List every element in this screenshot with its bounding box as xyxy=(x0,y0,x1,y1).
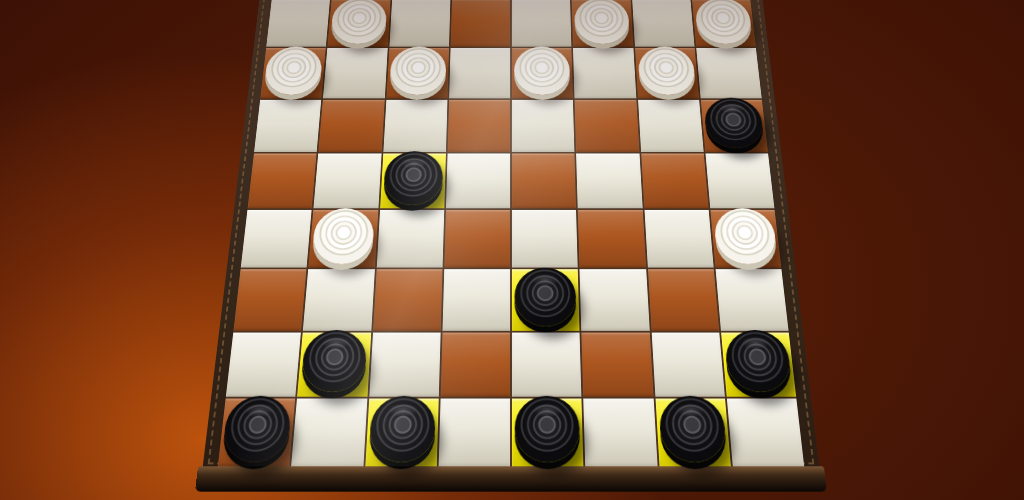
square-r2c8[interactable] xyxy=(696,48,762,98)
square-r7c8[interactable] xyxy=(721,332,796,396)
square-r1c4[interactable] xyxy=(450,0,510,47)
square-r4c8[interactable] xyxy=(705,153,774,208)
square-r1c8[interactable] xyxy=(692,0,756,47)
square-r5c8[interactable] xyxy=(710,210,781,268)
square-r1c5[interactable] xyxy=(512,0,572,47)
white-piece-r5c2[interactable] xyxy=(311,208,375,264)
square-r7c5[interactable] xyxy=(512,332,582,396)
square-r5c4[interactable] xyxy=(444,210,510,268)
square-r1c3[interactable] xyxy=(389,0,450,47)
board-front-edge xyxy=(195,466,827,491)
square-r5c7[interactable] xyxy=(644,210,713,268)
square-r7c7[interactable] xyxy=(651,332,724,396)
square-r7c1[interactable] xyxy=(226,332,301,396)
square-r7c2[interactable] xyxy=(297,332,370,396)
square-r6c6[interactable] xyxy=(580,269,650,330)
white-piece-r2c7[interactable] xyxy=(637,47,696,95)
square-r1c1[interactable] xyxy=(266,0,330,47)
square-r4c3[interactable] xyxy=(380,153,446,208)
white-piece-r1c6[interactable] xyxy=(574,0,630,44)
checkers-board xyxy=(200,0,823,492)
white-piece-r5c8[interactable] xyxy=(713,208,779,264)
square-r3c3[interactable] xyxy=(383,99,447,151)
white-piece-r2c3[interactable] xyxy=(389,47,447,95)
square-r2c7[interactable] xyxy=(635,48,699,98)
square-r2c5[interactable] xyxy=(512,48,573,98)
square-r5c3[interactable] xyxy=(376,210,444,268)
square-r8c2[interactable] xyxy=(291,398,367,466)
square-r3c4[interactable] xyxy=(447,99,510,151)
white-piece-r2c1[interactable] xyxy=(263,47,324,95)
square-r6c5[interactable] xyxy=(512,269,580,330)
white-piece-r1c2[interactable] xyxy=(330,0,388,44)
square-r5c1[interactable] xyxy=(241,210,312,268)
square-r1c2[interactable] xyxy=(328,0,391,47)
black-piece-r8c7[interactable] xyxy=(658,396,728,462)
square-r6c1[interactable] xyxy=(233,269,306,330)
square-r6c4[interactable] xyxy=(442,269,510,330)
square-r1c7[interactable] xyxy=(632,0,695,47)
square-r6c7[interactable] xyxy=(648,269,719,330)
square-r4c1[interactable] xyxy=(248,153,317,208)
square-r8c6[interactable] xyxy=(583,398,657,466)
black-piece-r6c5[interactable] xyxy=(515,267,577,326)
square-r3c8[interactable] xyxy=(701,99,768,151)
square-r8c1[interactable] xyxy=(218,398,296,466)
square-r3c2[interactable] xyxy=(319,99,385,151)
square-r2c1[interactable] xyxy=(260,48,326,98)
square-r5c6[interactable] xyxy=(578,210,646,268)
square-r4c2[interactable] xyxy=(314,153,382,208)
square-r2c4[interactable] xyxy=(449,48,510,98)
black-piece-r3c8[interactable] xyxy=(703,98,765,149)
square-r4c6[interactable] xyxy=(576,153,642,208)
square-r3c7[interactable] xyxy=(638,99,704,151)
square-r3c1[interactable] xyxy=(254,99,321,151)
board-grid xyxy=(218,0,804,466)
game-background xyxy=(0,0,1024,500)
black-piece-r8c5[interactable] xyxy=(515,396,581,462)
square-r8c8[interactable] xyxy=(727,398,805,466)
board-frame xyxy=(203,0,819,466)
square-r4c5[interactable] xyxy=(512,153,576,208)
black-piece-r8c1[interactable] xyxy=(221,396,293,462)
square-r7c4[interactable] xyxy=(440,332,510,396)
square-r5c5[interactable] xyxy=(512,210,578,268)
square-r2c2[interactable] xyxy=(323,48,387,98)
square-r6c3[interactable] xyxy=(373,269,443,330)
square-r7c3[interactable] xyxy=(369,332,441,396)
square-r8c5[interactable] xyxy=(512,398,584,466)
square-r6c8[interactable] xyxy=(715,269,788,330)
square-r2c6[interactable] xyxy=(573,48,636,98)
square-r8c4[interactable] xyxy=(438,398,510,466)
white-piece-r2c5[interactable] xyxy=(514,47,570,95)
black-piece-r4c3[interactable] xyxy=(382,152,443,205)
square-r5c2[interactable] xyxy=(309,210,378,268)
square-r3c5[interactable] xyxy=(512,99,575,151)
white-piece-r1c8[interactable] xyxy=(694,0,753,44)
square-r1c6[interactable] xyxy=(572,0,633,47)
black-piece-r7c2[interactable] xyxy=(301,330,369,392)
square-r4c4[interactable] xyxy=(446,153,510,208)
square-r8c3[interactable] xyxy=(365,398,439,466)
black-piece-r8c3[interactable] xyxy=(368,396,436,462)
square-r8c7[interactable] xyxy=(655,398,731,466)
square-r7c6[interactable] xyxy=(582,332,654,396)
square-r3c6[interactable] xyxy=(575,99,639,151)
black-piece-r7c8[interactable] xyxy=(723,330,793,392)
square-r4c7[interactable] xyxy=(641,153,709,208)
square-r2c3[interactable] xyxy=(386,48,449,98)
square-r6c2[interactable] xyxy=(303,269,374,330)
